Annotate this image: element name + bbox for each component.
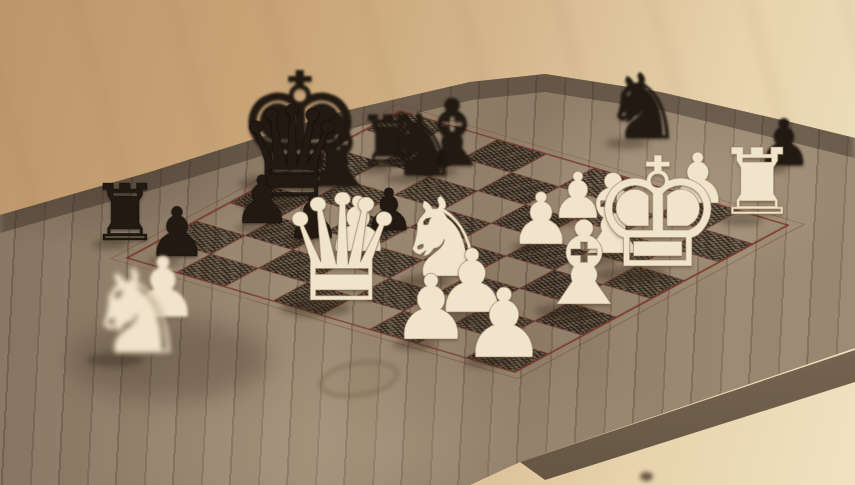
piece-white-pawn-a1[interactable]: ♟ <box>461 276 547 372</box>
piece-white-queen-a4[interactable]: ♛ <box>276 175 409 323</box>
piece-white-knight-captured[interactable]: ♞ <box>84 253 190 371</box>
outdoor-chess-scene: ♞♟♜♝♞♚♝♛♟♜♟♟♟♟♜♟♟♝♟♚♞♛♝♟♟♟♞♟ <box>0 0 855 485</box>
floor-pebble <box>640 472 653 481</box>
piece-white-rook-h1[interactable]: ♜ <box>716 137 798 229</box>
piece-white-pawn-a2[interactable]: ♟ <box>391 263 472 353</box>
piece-white-bishop-d1[interactable]: ♝ <box>532 206 636 322</box>
